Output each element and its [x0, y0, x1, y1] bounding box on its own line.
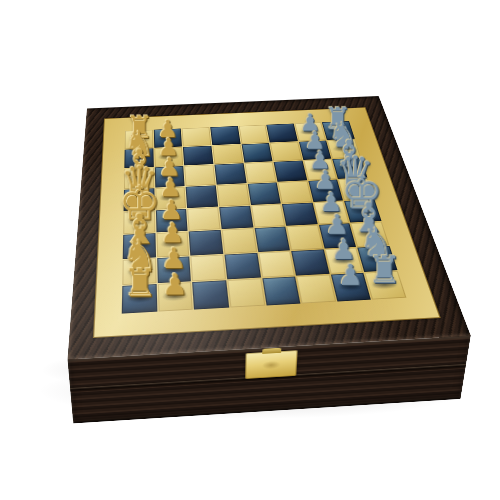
blue-rook: ♜	[368, 251, 402, 289]
blue-square	[322, 121, 355, 140]
blue-pawn: ♟	[337, 261, 363, 290]
brass-square	[278, 181, 312, 203]
brass-square	[238, 125, 269, 144]
brass-square	[270, 142, 302, 162]
brass-square	[154, 147, 184, 167]
brass-square	[212, 144, 243, 164]
brass-square	[244, 162, 277, 183]
blue-square	[124, 148, 153, 168]
product-photo-scene: ♜♟♟♜♞♟♟♞♝♟♟♝♛♟♟♛♚♟♟♚♝♟♟♝♞♟♟♞♜♟♟♜	[0, 0, 500, 500]
blue-square	[183, 146, 213, 166]
brass-square	[217, 184, 250, 206]
blue-square	[274, 161, 307, 182]
blue-square	[153, 128, 182, 147]
brass-square	[184, 165, 215, 186]
brass-clasp	[245, 350, 298, 379]
gold-pawn: ♟	[162, 270, 188, 299]
blue-square	[214, 163, 246, 184]
brass-square	[303, 159, 337, 180]
gold-rook: ♜	[123, 264, 157, 302]
blue-square	[247, 182, 281, 204]
brass-square	[327, 139, 361, 159]
clasp-hinge	[262, 348, 281, 354]
blue-square	[241, 143, 273, 163]
blue-square	[186, 185, 218, 207]
brass-square	[182, 127, 211, 146]
blue-square	[299, 140, 332, 160]
blue-square	[210, 126, 240, 145]
brass-square	[125, 130, 153, 149]
brass-square	[294, 122, 326, 141]
blue-square	[266, 124, 297, 143]
